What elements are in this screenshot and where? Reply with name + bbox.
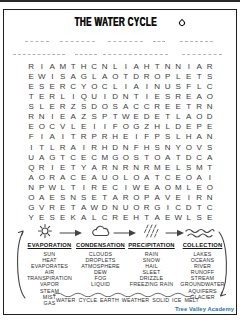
grid-cell: W (173, 213, 184, 223)
grid-cell: S (205, 71, 216, 81)
grid-cell: N (152, 81, 163, 91)
grid-cell: I (184, 193, 195, 203)
grid-cell: S (58, 71, 69, 81)
grid-cell: S (173, 81, 184, 91)
grid-cell: O (37, 122, 48, 132)
grid-cell: R (205, 61, 216, 71)
grid-cell: R (121, 162, 132, 172)
grid-cell: O (152, 71, 163, 81)
grid-cell: Z (68, 102, 79, 112)
grid-cell: E (79, 172, 90, 182)
grid-cell: R (26, 61, 37, 71)
grid-cell: C (47, 122, 58, 132)
grid-cell: D (131, 71, 142, 81)
grid-cell: C (68, 81, 79, 91)
grid-cell: S (131, 152, 142, 162)
grid-cell: A (121, 102, 132, 112)
grid-cell: A (89, 172, 100, 182)
grid-cell: E (121, 213, 132, 223)
section-labels: EVAPORATION CONDENSATION PRECIPITATION C… (24, 242, 228, 248)
water-drop-icon (178, 19, 186, 27)
word-list-item: ICE (172, 297, 181, 303)
grid-cell: I (37, 61, 48, 71)
grid-cell: E (173, 102, 184, 112)
grid-cell: O (205, 91, 216, 101)
answer-blank (25, 39, 49, 42)
section-label-precipitation: PRECIPITATION (126, 242, 177, 248)
grid-cell: Y (26, 213, 37, 223)
grid-cell: R (173, 91, 184, 101)
grid-cell: E (58, 112, 69, 122)
grid-cell: N (163, 61, 174, 71)
answer-blank (108, 39, 143, 42)
grid-cell: P (142, 193, 153, 203)
word-list-item: SOLID (152, 297, 169, 303)
grid-cell: V (163, 193, 174, 203)
grid-cell: T (142, 213, 153, 223)
answer-blanks-row-1 (25, 39, 213, 42)
grid-cell: I (47, 162, 58, 172)
grid-cell: O (89, 81, 100, 91)
grid-cell: E (47, 193, 58, 203)
grid-cell: A (89, 162, 100, 172)
grid-cell: I (100, 122, 111, 132)
page-top-edge (0, 0, 240, 2)
grid-cell: E (37, 91, 48, 101)
grid-cell: E (163, 102, 174, 112)
grid-cell: U (100, 172, 111, 182)
grid-cell: Y (173, 142, 184, 152)
grid-cell: N (163, 142, 174, 152)
grid-cell: O (37, 172, 48, 182)
grid-cell: A (194, 172, 205, 182)
grid-cell: E (194, 183, 205, 193)
grid-cell: E (184, 71, 195, 81)
grid-cell: C (163, 172, 174, 182)
grid-cell: L (37, 102, 48, 112)
grid-cell: L (184, 213, 195, 223)
grid-cell: N (173, 61, 184, 71)
word-list-item: WATER (56, 297, 76, 303)
grid-cell: T (152, 61, 163, 71)
grid-cell: M (58, 61, 69, 71)
grid-cell: L (163, 122, 174, 132)
grid-cell: S (26, 102, 37, 112)
wordsearch-grid: RIAMTHCNLIAHTNNIAREWISAGLAOTDROPLETSESER… (26, 61, 215, 223)
grid-cell: E (184, 91, 195, 101)
grid-cell: O (131, 172, 142, 182)
grid-cell: C (100, 213, 111, 223)
grid-cell: T (68, 132, 79, 142)
grid-cell: N (26, 183, 37, 193)
grid-cell: S (184, 162, 195, 172)
grid-cell: T (152, 172, 163, 182)
section-label-collection: COLLECTION (177, 242, 228, 248)
grid-cell: I (26, 142, 37, 152)
grid-cell: S (194, 213, 205, 223)
cloud-icon (91, 225, 111, 237)
grid-cell: R (100, 162, 111, 172)
grid-cell: E (121, 132, 132, 142)
grid-cell: H (184, 132, 195, 142)
grid-cell: P (163, 71, 174, 81)
grid-cell: D (89, 102, 100, 112)
grid-cell: L (184, 183, 195, 193)
grid-cell: S (79, 102, 90, 112)
grid-cell: I (37, 132, 48, 142)
grid-cell: A (58, 172, 69, 182)
grid-cell: I (121, 61, 132, 71)
grid-cell: L (121, 172, 132, 182)
grid-cell: R (58, 142, 69, 152)
grid-cell: A (194, 61, 205, 71)
grid-cell: C (68, 152, 79, 162)
grid-cell: E (184, 122, 195, 132)
grid-cell: K (68, 213, 79, 223)
extra-words-row: WATERCYCLEEARTHWEATHERSOLIDICEMELT (56, 297, 199, 303)
grid-cell: E (152, 91, 163, 101)
grid-cell: P (37, 183, 48, 193)
grid-cell: N (100, 61, 111, 71)
grid-cell: I (142, 91, 153, 101)
grid-cell: T (131, 91, 142, 101)
right-arrow-icon (165, 229, 185, 237)
grid-cell: C (205, 203, 216, 213)
grid-cell: A (131, 81, 142, 91)
grid-cell: A (68, 112, 79, 122)
grid-cell: T (121, 71, 132, 81)
grid-cell: R (58, 102, 69, 112)
grid-cell: G (26, 203, 37, 213)
grid-cell: H (100, 142, 111, 152)
grid-cell: D (110, 142, 121, 152)
grid-cell: N (205, 132, 216, 142)
word-list-item: CYCLE (78, 297, 97, 303)
grid-cell: A (110, 193, 121, 203)
grid-cell: H (142, 61, 153, 71)
grid-cell: E (163, 162, 174, 172)
grid-cell: H (152, 122, 163, 132)
grid-cell: S (152, 142, 163, 152)
grid-cell: E (152, 112, 163, 122)
grid-cell: R (142, 71, 153, 81)
grid-cell: F (142, 132, 153, 142)
grid-cell: T (205, 162, 216, 172)
grid-cell: S (37, 81, 48, 91)
grid-cell: S (89, 112, 100, 122)
grid-cell: N (131, 162, 142, 172)
grid-cell: Y (79, 81, 90, 91)
grid-cell: D (142, 112, 153, 122)
grid-cell: L (110, 61, 121, 71)
grid-cell: L (173, 112, 184, 122)
grid-cell: I (47, 112, 58, 122)
grid-cell: E (26, 81, 37, 91)
grid-cell: G (47, 152, 58, 162)
grid-cell: S (163, 91, 174, 101)
grid-cell: H (131, 213, 142, 223)
grid-cell: O (152, 152, 163, 162)
grid-cell: G (79, 71, 90, 81)
answer-blank (13, 52, 65, 55)
grid-cell: T (68, 162, 79, 172)
grid-cell: A (163, 152, 174, 162)
grid-cell: E (58, 213, 69, 223)
grid-cell: U (163, 81, 174, 91)
grid-cell: U (89, 91, 100, 101)
grid-cell: D (110, 91, 121, 101)
grid-cell: R (194, 102, 205, 112)
grid-cell: A (26, 172, 37, 182)
grid-cell: F (184, 81, 195, 91)
grid-cell: T (163, 112, 174, 122)
grid-cell: E (89, 193, 100, 203)
grid-cell: R (110, 213, 121, 223)
grid-cell: L (110, 81, 121, 91)
grid-cell: I (100, 91, 111, 101)
waves-icon (185, 228, 215, 238)
grid-cell: A (152, 213, 163, 223)
grid-cell: F (26, 132, 37, 142)
grid-cell: D (205, 112, 216, 122)
grid-cell: N (37, 112, 48, 122)
grid-cell: T (142, 152, 153, 162)
grid-cell: T (184, 102, 195, 112)
grid-cell: E (26, 71, 37, 81)
grid-cell: I (79, 183, 90, 193)
grid-cell: C (194, 152, 205, 162)
grid-cell: L (89, 213, 100, 223)
grid-cell: O (131, 203, 142, 213)
grid-cell: L (58, 91, 69, 101)
grid-cell: N (205, 193, 216, 203)
grid-cell: E (142, 183, 153, 193)
answer-blanks-row-2 (13, 52, 222, 55)
grid-cell: E (26, 122, 37, 132)
grid-cell: R (47, 172, 58, 182)
grid-cell: A (79, 213, 90, 223)
grid-cell: L (194, 81, 205, 91)
grid-cell: D (100, 203, 111, 213)
grid-cell: W (47, 183, 58, 193)
grid-cell: A (184, 112, 195, 122)
grid-cell: R (37, 162, 48, 172)
grid-cell: I (89, 122, 100, 132)
rain-icon (143, 224, 161, 238)
grid-cell: R (100, 132, 111, 142)
grid-cell: O (131, 193, 142, 203)
grid-cell: C (110, 183, 121, 193)
grid-cell: Z (79, 112, 90, 122)
grid-cell: N (121, 91, 132, 101)
grid-cell: W (131, 183, 142, 193)
grid-cell: H (110, 132, 121, 142)
grid-cell: A (68, 71, 79, 81)
grid-cell: E (58, 162, 69, 172)
grid-cell: V (194, 142, 205, 152)
grid-cell: I (184, 61, 195, 71)
word-list-item: LIQUID (91, 281, 110, 287)
grid-cell: C (142, 102, 153, 112)
grid-cell: W (121, 112, 132, 122)
answer-blank (180, 39, 213, 42)
section-label-condensation: CONDENSATION (75, 242, 126, 248)
grid-cell: A (194, 91, 205, 101)
grid-cell: T (58, 152, 69, 162)
word-list-item: MELT (184, 297, 199, 303)
word-list-item: EARTH (100, 297, 119, 303)
grid-cell: L (173, 132, 184, 142)
grid-cell: E (79, 122, 90, 132)
grid-cell: E (100, 183, 111, 193)
grid-cell: A (37, 152, 48, 162)
grid-cell: T (68, 203, 79, 213)
credit-text: Tree Valley Academy (175, 306, 234, 312)
grid-cell: D (184, 152, 195, 162)
grid-cell: W (89, 203, 100, 213)
grid-cell: S (47, 213, 58, 223)
grid-cell: T (37, 142, 48, 152)
grid-cell: V (58, 122, 69, 132)
grid-cell: C (100, 81, 111, 91)
grid-cell: P (89, 132, 100, 142)
section-label-evaporation: EVAPORATION (24, 242, 75, 248)
grid-cell: W (37, 71, 48, 81)
grid-cell: T (173, 152, 184, 162)
grid-cell: N (68, 193, 79, 203)
grid-cell: I (131, 132, 142, 142)
grid-cell: F (110, 122, 121, 132)
grid-cell: I (58, 132, 69, 142)
grid-cell: N (121, 142, 132, 152)
grid-cell: Y (79, 162, 90, 172)
grid-cell: U (121, 203, 132, 213)
grid-cell: T (110, 112, 121, 122)
grid-cell: T (194, 203, 205, 213)
grid-cell: E (47, 102, 58, 112)
grid-cell: E (173, 172, 184, 182)
right-arrow-icon (113, 229, 137, 237)
answer-blank (182, 52, 222, 55)
header: THE WATER CYCLE (0, 15, 240, 29)
grid-cell: V (37, 203, 48, 213)
grid-cell: A (205, 152, 216, 162)
grid-cell: A (152, 183, 163, 193)
grid-cell: R (47, 203, 58, 213)
right-arrow-icon (59, 229, 83, 237)
grid-cell: N (110, 162, 121, 172)
grid-cell: O (121, 122, 132, 132)
grid-cell: H (142, 142, 153, 152)
grid-cell: O (100, 102, 111, 112)
grid-cell: R (79, 132, 90, 142)
grid-cell: L (68, 122, 79, 132)
grid-cell: U (26, 152, 37, 162)
grid-cell: L (173, 71, 184, 81)
page-title: THE WATER CYCLE (74, 15, 156, 29)
grid-cell: T (194, 71, 205, 81)
grid-cell: E (205, 122, 216, 132)
grid-cell: E (205, 213, 216, 223)
grid-cell: S (110, 102, 121, 112)
word-list-item: FREEZING RAIN (130, 281, 174, 287)
grid-cell: R (58, 81, 69, 91)
grid-cell: N (205, 102, 216, 112)
grid-cell: O (110, 71, 121, 81)
grid-cell: I (79, 142, 90, 152)
word-list-item: GAS (44, 300, 56, 306)
grid-cell: S (205, 142, 216, 152)
grid-cell: R (152, 102, 163, 112)
grid-cell: A (68, 142, 79, 152)
grid-cell: O (184, 172, 195, 182)
grid-cell: I (142, 81, 153, 91)
grid-cell: I (121, 81, 132, 91)
grid-cell: Q (79, 91, 90, 101)
grid-cell: G (131, 122, 142, 132)
grid-cell: C (131, 102, 142, 112)
grid-cell: R (89, 142, 100, 152)
grid-cell: R (142, 162, 153, 172)
grid-cell: M (100, 152, 111, 162)
word-list-item: WEATHER (122, 297, 150, 303)
grid-cell: L (89, 71, 100, 81)
grid-cell: O (194, 112, 205, 122)
grid-cell: R (121, 193, 132, 203)
grid-cell: S (58, 193, 69, 203)
grid-cell: A (194, 132, 205, 142)
answer-blank (103, 52, 168, 55)
grid-cell: F (131, 142, 142, 152)
grid-cell: O (205, 183, 216, 193)
grid-cell: S (79, 193, 90, 203)
grid-cell: A (37, 193, 48, 203)
grid-cell: H (79, 61, 90, 71)
grid-cell: P (152, 132, 163, 142)
grid-cell: O (110, 172, 121, 182)
grid-cell: R (194, 193, 205, 203)
grid-cell: T (68, 61, 79, 71)
grid-cell: I (68, 91, 79, 101)
grid-cell: I (121, 183, 132, 193)
answer-blank (153, 39, 165, 42)
grid-cell: G (110, 152, 121, 162)
grid-cell: E (131, 112, 142, 122)
answer-blank (75, 52, 97, 55)
grid-cell: Z (142, 122, 153, 132)
grid-cell: L (47, 142, 58, 152)
grid-cell: O (163, 183, 174, 193)
grid-cell: Q (26, 162, 37, 172)
grid-cell: I (205, 172, 216, 182)
grid-cell: T (26, 91, 37, 101)
grid-cell: A (131, 61, 142, 71)
grid-cell: R (89, 183, 100, 193)
grid-cell: M (173, 183, 184, 193)
grid-cell: T (100, 193, 111, 203)
grid-cell: L (173, 162, 184, 172)
grid-cell: C (89, 61, 100, 71)
grid-cell: A (47, 61, 58, 71)
grid-cell: I (163, 203, 174, 213)
grid-cell: A (142, 172, 153, 182)
grid-cell: E (163, 213, 174, 223)
grid-cell: P (100, 112, 111, 122)
grid-cell: G (152, 203, 163, 213)
answer-blank (60, 39, 95, 42)
grid-cell: E (47, 81, 58, 91)
grid-cell: O (184, 142, 195, 152)
